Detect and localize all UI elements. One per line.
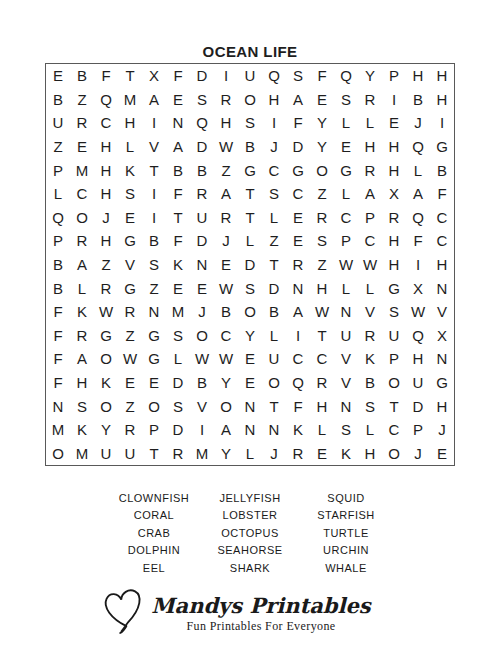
- word-list-item: EEL: [106, 559, 202, 577]
- grid-cell: D: [238, 253, 262, 277]
- grid-cell: P: [46, 229, 70, 253]
- word-list-item: SHARK: [202, 559, 298, 577]
- grid-cell: O: [382, 441, 406, 465]
- grid-cell: P: [382, 64, 406, 88]
- grid-cell: S: [70, 394, 94, 418]
- grid-cell: H: [382, 135, 406, 159]
- grid-cell: T: [142, 158, 166, 182]
- grid-cell: G: [334, 158, 358, 182]
- grid-cell: K: [94, 371, 118, 395]
- grid-cell: F: [430, 182, 454, 206]
- grid-cell: H: [94, 135, 118, 159]
- grid-cell: X: [142, 64, 166, 88]
- grid-cell: L: [118, 135, 142, 159]
- grid-cell: Y: [310, 135, 334, 159]
- grid-cell: O: [142, 394, 166, 418]
- grid-cell: F: [286, 394, 310, 418]
- grid-cell: G: [118, 229, 142, 253]
- grid-cell: D: [262, 276, 286, 300]
- grid-cell: A: [286, 300, 310, 324]
- grid-cell: M: [118, 88, 142, 112]
- grid-cell: L: [46, 182, 70, 206]
- word-list-item: DOLPHIN: [106, 542, 202, 560]
- grid-cell: I: [406, 253, 430, 277]
- grid-cell: O: [190, 323, 214, 347]
- grid-cell: W: [310, 300, 334, 324]
- grid-cell: U: [118, 441, 142, 465]
- grid-cell: N: [262, 418, 286, 442]
- grid-cell: H: [94, 182, 118, 206]
- grid-cell: J: [190, 300, 214, 324]
- word-list-item: CRAB: [106, 524, 202, 542]
- grid-cell: F: [310, 64, 334, 88]
- grid-cell: S: [310, 229, 334, 253]
- grid-cell: Y: [94, 418, 118, 442]
- grid-cell: N: [334, 300, 358, 324]
- grid-cell: Z: [310, 182, 334, 206]
- grid-cell: S: [358, 394, 382, 418]
- grid-cell: K: [286, 418, 310, 442]
- grid-cell: R: [382, 206, 406, 230]
- grid-cell: P: [142, 418, 166, 442]
- grid-cell: N: [430, 276, 454, 300]
- grid-cell: P: [334, 229, 358, 253]
- word-list-item: WHALE: [298, 559, 394, 577]
- grid-cell: S: [238, 276, 262, 300]
- word-list-item: LOBSTER: [202, 507, 298, 525]
- brand-text-block: Mandys Printables Fun Printables For Eve…: [151, 594, 370, 634]
- grid-cell: R: [214, 88, 238, 112]
- grid-cell: H: [430, 64, 454, 88]
- grid-cell: G: [238, 158, 262, 182]
- grid-cell: Z: [118, 323, 142, 347]
- grid-cell: O: [94, 347, 118, 371]
- grid-cell: Z: [142, 276, 166, 300]
- grid-cell: E: [118, 371, 142, 395]
- grid-cell: K: [118, 158, 142, 182]
- grid-cell: N: [238, 394, 262, 418]
- grid-cell: J: [430, 418, 454, 442]
- grid-cell: X: [406, 276, 430, 300]
- grid-cell: K: [70, 418, 94, 442]
- grid-cell: E: [214, 253, 238, 277]
- grid-cell: J: [406, 441, 430, 465]
- grid-cell: H: [358, 135, 382, 159]
- word-list-item: SEAHORSE: [202, 542, 298, 560]
- grid-cell: G: [430, 371, 454, 395]
- grid-cell: R: [358, 158, 382, 182]
- grid-cell: W: [358, 253, 382, 277]
- grid-cell: E: [310, 88, 334, 112]
- grid-cell: R: [310, 206, 334, 230]
- grid-cell: R: [70, 229, 94, 253]
- grid-cell: V: [118, 253, 142, 277]
- grid-cell: V: [334, 347, 358, 371]
- grid-cell: R: [358, 323, 382, 347]
- grid-cell: B: [358, 371, 382, 395]
- grid-cell: E: [286, 229, 310, 253]
- grid-cell: L: [166, 347, 190, 371]
- grid-cell: Z: [214, 158, 238, 182]
- grid-cell: C: [310, 347, 334, 371]
- word-list-item: CORAL: [106, 507, 202, 525]
- grid-cell: S: [142, 253, 166, 277]
- grid-cell: U: [46, 111, 70, 135]
- grid-cell: C: [262, 158, 286, 182]
- grid-cell: H: [310, 394, 334, 418]
- grid-cell: D: [166, 371, 190, 395]
- word-list-item: SQUID: [298, 489, 394, 507]
- grid-cell: P: [406, 418, 430, 442]
- grid-cell: R: [286, 441, 310, 465]
- word-search-grid: EBFTXFDIUQSFQYPHHBZQMAESROHAESRIBHURCHIN…: [45, 63, 455, 466]
- grid-cell: K: [334, 441, 358, 465]
- grid-cell: T: [238, 206, 262, 230]
- grid-cell: Q: [262, 64, 286, 88]
- grid-cell: N: [166, 111, 190, 135]
- grid-cell: V: [430, 300, 454, 324]
- grid-cell: Y: [310, 111, 334, 135]
- grid-cell: E: [382, 111, 406, 135]
- grid-cell: S: [166, 323, 190, 347]
- grid-cell: O: [382, 371, 406, 395]
- grid-cell: Z: [262, 229, 286, 253]
- grid-cell: O: [94, 394, 118, 418]
- grid-cell: K: [70, 300, 94, 324]
- grid-cell: E: [238, 347, 262, 371]
- grid-cell: T: [118, 64, 142, 88]
- grid-cell: G: [382, 276, 406, 300]
- grid-cell: H: [382, 158, 406, 182]
- grid-cell: V: [142, 135, 166, 159]
- grid-cell: R: [190, 182, 214, 206]
- grid-cell: D: [190, 64, 214, 88]
- grid-cell: M: [46, 418, 70, 442]
- grid-cell: R: [310, 371, 334, 395]
- grid-cell: Z: [70, 88, 94, 112]
- grid-cell: R: [70, 323, 94, 347]
- grid-cell: L: [358, 111, 382, 135]
- worksheet-page: OCEAN LIFE EBFTXFDIUQSFQYPHHBZQMAESROHAE…: [0, 0, 500, 647]
- grid-cell: A: [406, 182, 430, 206]
- grid-cell: Q: [406, 135, 430, 159]
- grid-cell: W: [94, 300, 118, 324]
- grid-cell: E: [310, 441, 334, 465]
- grid-cell: L: [334, 182, 358, 206]
- grid-cell: C: [430, 206, 454, 230]
- grid-cell: R: [118, 300, 142, 324]
- grid-cell: F: [46, 323, 70, 347]
- grid-cell: C: [70, 182, 94, 206]
- grid-cell: I: [142, 206, 166, 230]
- grid-cell: E: [142, 371, 166, 395]
- grid-cell: H: [358, 441, 382, 465]
- grid-cell: E: [238, 371, 262, 395]
- grid-cell: B: [46, 88, 70, 112]
- grid-cell: U: [190, 206, 214, 230]
- grid-cell: R: [94, 276, 118, 300]
- grid-cell: W: [190, 347, 214, 371]
- grid-cell: E: [70, 135, 94, 159]
- grid-cell: C: [286, 182, 310, 206]
- grid-cell: V: [358, 300, 382, 324]
- grid-cell: J: [214, 229, 238, 253]
- grid-cell: J: [406, 111, 430, 135]
- grid-cell: B: [262, 300, 286, 324]
- grid-cell: Q: [46, 206, 70, 230]
- brand-name: Mandys Printables: [151, 594, 370, 617]
- grid-cell: K: [358, 347, 382, 371]
- grid-cell: I: [190, 418, 214, 442]
- grid-cell: I: [214, 64, 238, 88]
- grid-cell: Z: [310, 253, 334, 277]
- grid-cell: Y: [214, 441, 238, 465]
- grid-cell: F: [94, 64, 118, 88]
- grid-cell: I: [142, 182, 166, 206]
- grid-cell: J: [262, 441, 286, 465]
- grid-cell: G: [94, 323, 118, 347]
- grid-cell: S: [334, 88, 358, 112]
- grid-cell: A: [286, 88, 310, 112]
- grid-cell: M: [70, 441, 94, 465]
- grid-cell: C: [382, 418, 406, 442]
- grid-cell: D: [166, 418, 190, 442]
- grid-cell: N: [190, 253, 214, 277]
- grid-cell: J: [262, 135, 286, 159]
- grid-cell: O: [70, 206, 94, 230]
- grid-cell: F: [166, 229, 190, 253]
- grid-cell: U: [382, 323, 406, 347]
- grid-cell: I: [430, 111, 454, 135]
- grid-cell: S: [238, 111, 262, 135]
- grid-cell: X: [430, 323, 454, 347]
- grid-cell: N: [430, 347, 454, 371]
- grid-cell: F: [166, 64, 190, 88]
- grid-cell: S: [334, 418, 358, 442]
- grid-cell: H: [406, 64, 430, 88]
- grid-cell: C: [214, 323, 238, 347]
- grid-cell: M: [190, 441, 214, 465]
- grid-cell: L: [334, 111, 358, 135]
- grid-cell: O: [262, 371, 286, 395]
- grid-cell: D: [190, 135, 214, 159]
- word-list-item: URCHIN: [298, 542, 394, 560]
- grid-cell: C: [334, 206, 358, 230]
- grid-cell: H: [94, 229, 118, 253]
- grid-cell: W: [214, 347, 238, 371]
- grid-cell: H: [262, 88, 286, 112]
- grid-cell: F: [46, 347, 70, 371]
- grid-cell: U: [406, 371, 430, 395]
- grid-cell: O: [214, 394, 238, 418]
- grid-cell: L: [406, 158, 430, 182]
- grid-cell: T: [238, 182, 262, 206]
- grid-cell: R: [214, 206, 238, 230]
- grid-cell: T: [142, 441, 166, 465]
- heart-icon: [99, 583, 150, 640]
- grid-cell: R: [358, 88, 382, 112]
- grid-cell: W: [406, 300, 430, 324]
- grid-cell: G: [286, 158, 310, 182]
- grid-cell: B: [142, 229, 166, 253]
- grid-cell: A: [166, 135, 190, 159]
- grid-cell: C: [94, 111, 118, 135]
- grid-cell: L: [262, 323, 286, 347]
- grid-cell: F: [166, 182, 190, 206]
- grid-cell: Z: [118, 394, 142, 418]
- grid-cell: B: [214, 300, 238, 324]
- grid-cell: B: [190, 158, 214, 182]
- grid-cell: X: [382, 182, 406, 206]
- grid-cell: V: [334, 371, 358, 395]
- grid-cell: U: [334, 323, 358, 347]
- grid-cell: U: [262, 347, 286, 371]
- grid-cell: H: [70, 371, 94, 395]
- grid-cell: T: [262, 394, 286, 418]
- grid-cell: T: [310, 323, 334, 347]
- grid-cell: L: [70, 276, 94, 300]
- grid-cell: L: [310, 418, 334, 442]
- grid-cell: B: [190, 371, 214, 395]
- word-list-item: OCTOPUS: [202, 524, 298, 542]
- grid-cell: I: [382, 88, 406, 112]
- grid-cell: L: [334, 276, 358, 300]
- grid-cell: A: [214, 418, 238, 442]
- grid-cell: D: [406, 394, 430, 418]
- grid-cell: N: [334, 394, 358, 418]
- grid-cell: O: [238, 300, 262, 324]
- grid-cell: O: [238, 88, 262, 112]
- grid-cell: P: [46, 158, 70, 182]
- grid-cell: Y: [358, 64, 382, 88]
- grid-cell: G: [142, 323, 166, 347]
- grid-cell: E: [166, 88, 190, 112]
- grid-cell: E: [46, 64, 70, 88]
- grid-cell: P: [382, 347, 406, 371]
- grid-cell: I: [142, 111, 166, 135]
- grid-cell: Q: [286, 371, 310, 395]
- grid-cell: U: [94, 441, 118, 465]
- grid-cell: C: [286, 347, 310, 371]
- grid-cell: S: [118, 182, 142, 206]
- grid-cell: T: [382, 394, 406, 418]
- grid-cell: G: [430, 135, 454, 159]
- grid-cell: I: [262, 111, 286, 135]
- brand-tagline: Fun Printables For Everyone: [186, 619, 335, 634]
- grid-cell: R: [70, 111, 94, 135]
- grid-cell: S: [190, 88, 214, 112]
- grid-cell: H: [382, 253, 406, 277]
- puzzle-title: OCEAN LIFE: [0, 43, 500, 60]
- grid-cell: P: [358, 206, 382, 230]
- grid-cell: V: [190, 394, 214, 418]
- grid-cell: Q: [334, 64, 358, 88]
- grid-cell: H: [310, 276, 334, 300]
- grid-cell: H: [406, 347, 430, 371]
- grid-cell: Q: [94, 88, 118, 112]
- grid-cell: N: [238, 418, 262, 442]
- grid-cell: Q: [190, 111, 214, 135]
- grid-cell: S: [166, 394, 190, 418]
- grid-cell: W: [118, 347, 142, 371]
- grid-cell: Q: [406, 323, 430, 347]
- grid-cell: R: [286, 253, 310, 277]
- grid-cell: H: [118, 111, 142, 135]
- grid-cell: J: [94, 206, 118, 230]
- grid-cell: B: [406, 88, 430, 112]
- grid-cell: E: [334, 135, 358, 159]
- grid-cell: G: [142, 347, 166, 371]
- grid-cell: A: [142, 88, 166, 112]
- grid-cell: E: [430, 441, 454, 465]
- grid-cell: C: [358, 229, 382, 253]
- grid-cell: B: [238, 135, 262, 159]
- word-list: CLOWNFISHJELLYFISHSQUIDCORALLOBSTERSTARF…: [0, 489, 500, 577]
- grid-cell: R: [118, 418, 142, 442]
- grid-cell: O: [310, 158, 334, 182]
- grid-cell: Z: [46, 135, 70, 159]
- grid-cell: H: [94, 158, 118, 182]
- grid-cell: R: [166, 441, 190, 465]
- grid-cell: U: [238, 64, 262, 88]
- grid-cell: E: [286, 206, 310, 230]
- grid-cell: N: [142, 300, 166, 324]
- grid-cell: H: [382, 229, 406, 253]
- grid-cell: C: [430, 229, 454, 253]
- grid-cell: F: [46, 300, 70, 324]
- grid-cell: E: [118, 206, 142, 230]
- grid-cell: A: [358, 182, 382, 206]
- grid-cell: F: [286, 111, 310, 135]
- grid-cell: B: [70, 64, 94, 88]
- word-list-item: CLOWNFISH: [106, 489, 202, 507]
- grid-cell: B: [46, 276, 70, 300]
- grid-cell: M: [166, 300, 190, 324]
- grid-cell: D: [286, 135, 310, 159]
- grid-cell: S: [286, 64, 310, 88]
- grid-cell: I: [286, 323, 310, 347]
- grid-cell: B: [430, 158, 454, 182]
- grid-cell: W: [214, 135, 238, 159]
- grid-cell: W: [214, 276, 238, 300]
- grid-cell: K: [166, 253, 190, 277]
- grid-cell: L: [238, 441, 262, 465]
- grid-cell: Y: [214, 371, 238, 395]
- grid-cell: E: [166, 276, 190, 300]
- brand-logo: Mandys Printables Fun Printables For Eve…: [0, 585, 486, 637]
- word-list-item: JELLYFISH: [202, 489, 298, 507]
- grid-cell: F: [406, 229, 430, 253]
- word-list-item: TURTLE: [298, 524, 394, 542]
- grid-cell: Q: [406, 206, 430, 230]
- grid-cell: H: [214, 111, 238, 135]
- grid-cell: A: [214, 182, 238, 206]
- grid-cell: N: [286, 276, 310, 300]
- grid-cell: H: [430, 253, 454, 277]
- grid-cell: L: [358, 276, 382, 300]
- grid-cell: M: [70, 158, 94, 182]
- grid-cell: Z: [94, 253, 118, 277]
- grid-cell: F: [46, 371, 70, 395]
- grid-cell: H: [430, 88, 454, 112]
- grid-cell: A: [70, 347, 94, 371]
- grid-cell: W: [334, 253, 358, 277]
- grid-cell: G: [118, 276, 142, 300]
- grid-cell: L: [238, 229, 262, 253]
- grid-cell: H: [430, 394, 454, 418]
- grid-cell: T: [262, 253, 286, 277]
- grid-cell: Y: [238, 323, 262, 347]
